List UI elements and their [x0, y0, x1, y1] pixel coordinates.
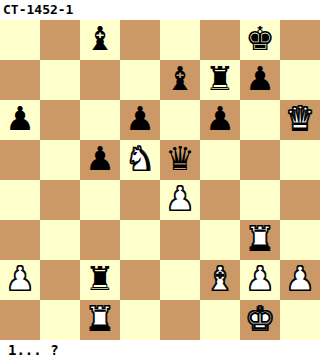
square-e4[interactable]: ♟ [160, 180, 200, 220]
black-pawn: ♟ [5, 100, 35, 140]
square-b6[interactable] [40, 100, 80, 140]
square-c1[interactable]: ♜ [80, 300, 120, 340]
square-h3[interactable] [280, 220, 320, 260]
square-a6[interactable]: ♟ [0, 100, 40, 140]
square-e3[interactable] [160, 220, 200, 260]
square-f1[interactable] [200, 300, 240, 340]
square-d2[interactable] [120, 260, 160, 300]
square-f6[interactable]: ♟ [200, 100, 240, 140]
square-h7[interactable] [280, 60, 320, 100]
square-a3[interactable] [0, 220, 40, 260]
square-e5[interactable]: ♛ [160, 140, 200, 180]
black-pawn: ♟ [245, 60, 275, 100]
square-d8[interactable] [120, 20, 160, 60]
square-c6[interactable] [80, 100, 120, 140]
square-d6[interactable]: ♟ [120, 100, 160, 140]
white-rook: ♜ [85, 300, 115, 340]
square-f3[interactable] [200, 220, 240, 260]
square-d7[interactable] [120, 60, 160, 100]
square-g6[interactable] [240, 100, 280, 140]
square-a5[interactable] [0, 140, 40, 180]
square-e2[interactable] [160, 260, 200, 300]
black-bishop: ♝ [85, 20, 115, 60]
square-f2[interactable]: ♝ [200, 260, 240, 300]
square-e7[interactable]: ♝ [160, 60, 200, 100]
square-b8[interactable] [40, 20, 80, 60]
black-queen: ♛ [165, 140, 195, 180]
square-c5[interactable]: ♟ [80, 140, 120, 180]
square-d5[interactable]: ♞ [120, 140, 160, 180]
white-bishop: ♝ [205, 260, 235, 300]
square-a8[interactable] [0, 20, 40, 60]
square-a4[interactable] [0, 180, 40, 220]
square-e6[interactable] [160, 100, 200, 140]
square-g3[interactable]: ♜ [240, 220, 280, 260]
white-pawn: ♟ [5, 260, 35, 300]
square-f8[interactable] [200, 20, 240, 60]
square-g1[interactable]: ♚ [240, 300, 280, 340]
square-a2[interactable]: ♟ [0, 260, 40, 300]
black-rook: ♜ [205, 60, 235, 100]
square-f7[interactable]: ♜ [200, 60, 240, 100]
square-g8[interactable]: ♚ [240, 20, 280, 60]
black-bishop: ♝ [165, 60, 195, 100]
square-h4[interactable] [280, 180, 320, 220]
puzzle-page: CT-1452-1 ♝♚♝♜♟♟♟♟♛♟♞♛♟♜♟♜♝♟♟♜♚ 1... ? [0, 0, 320, 360]
square-d4[interactable] [120, 180, 160, 220]
square-g4[interactable] [240, 180, 280, 220]
white-queen: ♛ [285, 100, 315, 140]
square-d1[interactable] [120, 300, 160, 340]
white-pawn: ♟ [245, 260, 275, 300]
white-pawn: ♟ [165, 180, 195, 220]
square-e1[interactable] [160, 300, 200, 340]
square-c8[interactable]: ♝ [80, 20, 120, 60]
square-c3[interactable] [80, 220, 120, 260]
square-c2[interactable]: ♜ [80, 260, 120, 300]
square-b7[interactable] [40, 60, 80, 100]
square-e8[interactable] [160, 20, 200, 60]
square-a1[interactable] [0, 300, 40, 340]
chess-board: ♝♚♝♜♟♟♟♟♛♟♞♛♟♜♟♜♝♟♟♜♚ [0, 20, 320, 340]
white-rook: ♜ [245, 220, 275, 260]
square-g7[interactable]: ♟ [240, 60, 280, 100]
black-king: ♚ [245, 20, 275, 60]
square-h5[interactable] [280, 140, 320, 180]
black-pawn: ♟ [85, 140, 115, 180]
square-b3[interactable] [40, 220, 80, 260]
square-a7[interactable] [0, 60, 40, 100]
white-pawn: ♟ [285, 260, 315, 300]
square-h2[interactable]: ♟ [280, 260, 320, 300]
square-h8[interactable] [280, 20, 320, 60]
square-b5[interactable] [40, 140, 80, 180]
square-d3[interactable] [120, 220, 160, 260]
black-pawn: ♟ [205, 100, 235, 140]
move-prompt: 1... ? [0, 340, 320, 360]
square-g5[interactable] [240, 140, 280, 180]
square-b4[interactable] [40, 180, 80, 220]
puzzle-id: CT-1452-1 [0, 0, 320, 20]
square-f4[interactable] [200, 180, 240, 220]
square-h6[interactable]: ♛ [280, 100, 320, 140]
square-c7[interactable] [80, 60, 120, 100]
square-c4[interactable] [80, 180, 120, 220]
square-f5[interactable] [200, 140, 240, 180]
black-pawn: ♟ [125, 100, 155, 140]
white-king: ♚ [245, 300, 275, 340]
square-g2[interactable]: ♟ [240, 260, 280, 300]
square-b2[interactable] [40, 260, 80, 300]
square-b1[interactable] [40, 300, 80, 340]
black-rook: ♜ [85, 260, 115, 300]
white-knight: ♞ [125, 140, 155, 180]
square-h1[interactable] [280, 300, 320, 340]
